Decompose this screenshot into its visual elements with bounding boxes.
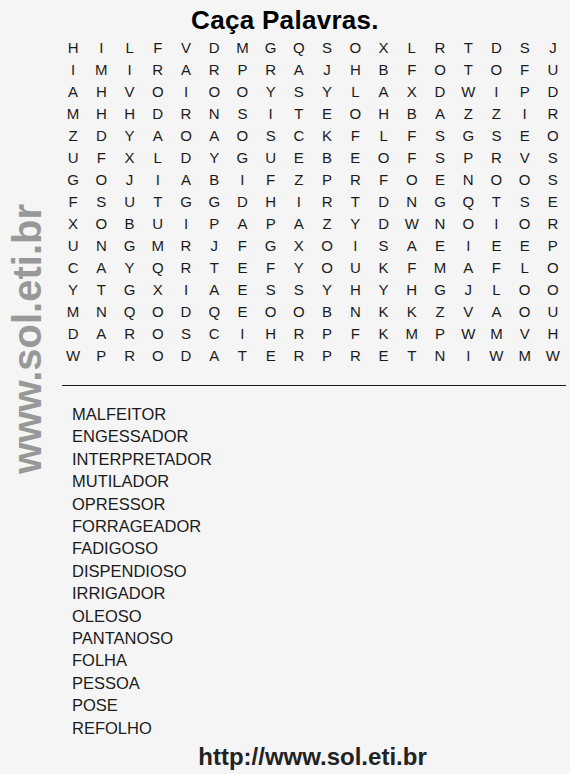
grid-cell: A (482, 300, 510, 322)
grid-cell: E (313, 102, 341, 124)
grid-cell: S (511, 36, 539, 58)
grid-cell: L (369, 124, 397, 146)
grid-cell: R (539, 212, 567, 234)
grid-cell: E (511, 124, 539, 146)
grid-cell: M (87, 58, 115, 80)
grid-cell: W (539, 344, 567, 366)
grid-cell: O (369, 146, 397, 168)
word-list-item: OPRESSOR (72, 493, 212, 515)
grid-cell: M (59, 300, 87, 322)
grid-cell: I (172, 80, 200, 102)
grid-cell: E (369, 344, 397, 366)
footer-url: http://www.sol.eti.br (55, 743, 570, 771)
grid-cell: E (426, 168, 454, 190)
grid-cell: X (144, 278, 172, 300)
grid-cell: I (172, 278, 200, 300)
grid-cell: O (144, 80, 172, 102)
grid-cell: U (539, 300, 567, 322)
grid-cell: J (115, 168, 143, 190)
grid-cell: R (313, 190, 341, 212)
grid-cell: S (172, 322, 200, 344)
grid-cell: G (200, 190, 228, 212)
grid-cell: U (539, 58, 567, 80)
grid-cell: F (369, 168, 397, 190)
grid-cell: P (200, 212, 228, 234)
letter-grid: HILFVDMGQSOXLRTDSJIMIRARPRAJHBFOTOFUAHVO… (59, 36, 567, 366)
grid-cell: N (426, 344, 454, 366)
grid-cell: X (115, 146, 143, 168)
grid-cell: D (426, 80, 454, 102)
grid-cell: G (257, 36, 285, 58)
grid-cell: E (539, 190, 567, 212)
grid-cell: A (454, 256, 482, 278)
grid-cell: G (426, 190, 454, 212)
grid-cell: Y (313, 80, 341, 102)
grid-cell: J (454, 278, 482, 300)
grid-cell: D (482, 36, 510, 58)
grid-cell: O (228, 80, 256, 102)
grid-cell: I (115, 58, 143, 80)
word-list-item: FOLHA (72, 649, 212, 671)
grid-cell: F (257, 168, 285, 190)
grid-cell: T (228, 344, 256, 366)
word-list-item: MALFEITOR (72, 403, 212, 425)
grid-cell: U (59, 146, 87, 168)
grid-cell: S (539, 168, 567, 190)
grid-cell: T (200, 256, 228, 278)
grid-cell: O (341, 102, 369, 124)
grid-cell: H (59, 36, 87, 58)
grid-cell: Z (454, 102, 482, 124)
grid-cell: C (59, 256, 87, 278)
grid-cell: F (341, 322, 369, 344)
grid-cell: I (228, 322, 256, 344)
grid-cell: G (59, 168, 87, 190)
grid-cell: Y (115, 256, 143, 278)
grid-cell: S (313, 36, 341, 58)
grid-cell: Y (369, 278, 397, 300)
grid-cell: X (59, 212, 87, 234)
grid-cell: O (511, 212, 539, 234)
word-list-item: FADIGOSO (72, 537, 212, 559)
grid-cell: B (398, 102, 426, 124)
watermark-text: www.sol.eti.br (4, 204, 50, 474)
grid-cell: H (539, 322, 567, 344)
grid-cell: Z (482, 102, 510, 124)
grid-cell: V (511, 146, 539, 168)
grid-cell: P (511, 80, 539, 102)
grid-cell: Y (59, 278, 87, 300)
grid-cell: A (228, 212, 256, 234)
grid-cell: Y (313, 278, 341, 300)
grid-cell: V (454, 300, 482, 322)
grid-cell: X (285, 234, 313, 256)
word-list-item: REFOLHO (72, 717, 212, 739)
grid-cell: R (257, 58, 285, 80)
grid-cell: I (482, 212, 510, 234)
grid-cell: O (313, 234, 341, 256)
grid-cell: L (511, 256, 539, 278)
word-list-item: OLEOSO (72, 605, 212, 627)
grid-cell: R (482, 146, 510, 168)
grid-cell: I (87, 36, 115, 58)
grid-cell: E (228, 300, 256, 322)
grid-cell: U (144, 212, 172, 234)
grid-cell: U (257, 146, 285, 168)
grid-cell: J (200, 234, 228, 256)
grid-cell: H (257, 190, 285, 212)
grid-cell: E (285, 146, 313, 168)
grid-cell: F (257, 256, 285, 278)
grid-cell: F (144, 36, 172, 58)
grid-cell: U (115, 190, 143, 212)
grid-cell: I (454, 344, 482, 366)
grid-cell: F (341, 124, 369, 146)
grid-cell: E (341, 146, 369, 168)
grid-cell: A (285, 58, 313, 80)
grid-cell: E (426, 234, 454, 256)
grid-cell: F (482, 256, 510, 278)
grid-cell: A (200, 124, 228, 146)
grid-cell: O (228, 124, 256, 146)
grid-cell: D (369, 212, 397, 234)
grid-cell: C (285, 124, 313, 146)
grid-cell: E (257, 344, 285, 366)
grid-cell: O (482, 58, 510, 80)
grid-cell: A (369, 80, 397, 102)
grid-cell: O (257, 300, 285, 322)
grid-cell: D (200, 36, 228, 58)
grid-cell: R (115, 322, 143, 344)
grid-cell: T (341, 190, 369, 212)
grid-cell: N (426, 212, 454, 234)
grid-cell: X (369, 36, 397, 58)
grid-cell: B (115, 212, 143, 234)
grid-cell: Q (285, 36, 313, 58)
grid-cell: R (341, 168, 369, 190)
grid-cell: M (59, 102, 87, 124)
grid-cell: M (426, 256, 454, 278)
grid-cell: Q (200, 300, 228, 322)
grid-cell: W (482, 344, 510, 366)
grid-cell: H (257, 322, 285, 344)
grid-cell: O (87, 168, 115, 190)
grid-cell: S (285, 80, 313, 102)
grid-cell: Z (59, 124, 87, 146)
grid-cell: A (200, 344, 228, 366)
grid-cell: H (87, 102, 115, 124)
puzzle-title: Caça Palavras. (0, 5, 570, 36)
grid-cell: G (426, 278, 454, 300)
grid-cell: P (313, 344, 341, 366)
grid-cell: P (313, 168, 341, 190)
grid-cell: N (87, 234, 115, 256)
grid-cell: E (511, 234, 539, 256)
grid-cell: A (172, 58, 200, 80)
grid-cell: K (398, 300, 426, 322)
grid-cell: I (144, 168, 172, 190)
grid-cell: D (228, 190, 256, 212)
grid-cell: Z (285, 168, 313, 190)
grid-cell: F (87, 146, 115, 168)
word-list-item: INTERPRETADOR (72, 448, 212, 470)
grid-cell: P (257, 212, 285, 234)
grid-cell: O (511, 168, 539, 190)
grid-cell: A (285, 212, 313, 234)
grid-cell: R (115, 344, 143, 366)
word-list: MALFEITORENGESSADORINTERPRETADORMUTILADO… (72, 403, 212, 739)
word-list-item: MUTILADOR (72, 470, 212, 492)
grid-cell: S (511, 190, 539, 212)
grid-cell: S (426, 124, 454, 146)
grid-cell: K (369, 322, 397, 344)
grid-cell: A (59, 80, 87, 102)
grid-cell: M (511, 344, 539, 366)
grid-cell: O (144, 322, 172, 344)
grid-cell: Y (341, 212, 369, 234)
grid-cell: Y (257, 80, 285, 102)
grid-cell: R (285, 322, 313, 344)
grid-cell: I (172, 212, 200, 234)
grid-cell: P (539, 234, 567, 256)
grid-cell: G (115, 278, 143, 300)
grid-cell: D (172, 300, 200, 322)
grid-cell: W (398, 212, 426, 234)
grid-cell: H (341, 278, 369, 300)
grid-cell: G (172, 190, 200, 212)
grid-cell: P (426, 322, 454, 344)
grid-cell: R (200, 58, 228, 80)
grid-cell: O (511, 278, 539, 300)
grid-cell: I (59, 58, 87, 80)
grid-cell: Q (144, 256, 172, 278)
grid-cell: X (398, 80, 426, 102)
grid-cell: D (369, 190, 397, 212)
grid-cell: C (200, 322, 228, 344)
grid-cell: V (511, 322, 539, 344)
grid-cell: O (539, 278, 567, 300)
grid-cell: A (87, 256, 115, 278)
grid-cell: N (200, 102, 228, 124)
sidebar-watermark: www.sol.eti.br (4, 204, 50, 474)
grid-cell: D (172, 344, 200, 366)
grid-cell: O (539, 124, 567, 146)
grid-cell: I (257, 102, 285, 124)
grid-cell: B (200, 168, 228, 190)
grid-cell: M (398, 322, 426, 344)
grid-cell: O (144, 344, 172, 366)
grid-cell: A (398, 234, 426, 256)
grid-cell: U (341, 256, 369, 278)
grid-cell: D (87, 124, 115, 146)
grid-cell: O (144, 300, 172, 322)
grid-cell: R (172, 256, 200, 278)
grid-cell: F (398, 124, 426, 146)
grid-cell: A (144, 124, 172, 146)
grid-cell: D (59, 322, 87, 344)
grid-cell: A (200, 278, 228, 300)
grid-cell: L (398, 36, 426, 58)
grid-cell: O (285, 300, 313, 322)
grid-cell: H (398, 278, 426, 300)
grid-cell: B (313, 146, 341, 168)
grid-cell: Q (454, 190, 482, 212)
separator-line (62, 385, 566, 386)
grid-cell: A (172, 168, 200, 190)
grid-cell: F (228, 234, 256, 256)
grid-cell: I (482, 80, 510, 102)
grid-cell: F (398, 58, 426, 80)
grid-cell: R (539, 102, 567, 124)
word-list-item: IRRIGADOR (72, 582, 212, 604)
grid-cell: L (341, 80, 369, 102)
grid-cell: Q (115, 300, 143, 322)
grid-cell: F (59, 190, 87, 212)
grid-cell: W (59, 344, 87, 366)
grid-cell: L (482, 278, 510, 300)
grid-cell: Z (313, 212, 341, 234)
grid-cell: R (426, 36, 454, 58)
grid-cell: L (115, 36, 143, 58)
grid-cell: I (341, 234, 369, 256)
grid-cell: S (87, 190, 115, 212)
grid-cell: G (257, 234, 285, 256)
word-list-item: FORRAGEADOR (72, 515, 212, 537)
grid-cell: N (398, 190, 426, 212)
grid-cell: K (369, 300, 397, 322)
grid-cell: S (257, 278, 285, 300)
grid-cell: V (115, 80, 143, 102)
word-list-item: DISPENDIOSO (72, 560, 212, 582)
grid-cell: F (398, 256, 426, 278)
word-list-item: ENGESSADOR (72, 425, 212, 447)
grid-cell: W (454, 322, 482, 344)
grid-cell: Y (285, 256, 313, 278)
grid-cell: H (87, 80, 115, 102)
grid-cell: T (398, 344, 426, 366)
grid-cell: A (426, 102, 454, 124)
grid-cell: K (313, 124, 341, 146)
grid-cell: M (144, 234, 172, 256)
grid-cell: P (454, 146, 482, 168)
grid-cell: N (454, 168, 482, 190)
word-list-item: PANTANOSO (72, 627, 212, 649)
grid-cell: H (369, 102, 397, 124)
grid-cell: I (228, 168, 256, 190)
grid-cell: R (285, 344, 313, 366)
grid-cell: I (454, 234, 482, 256)
grid-cell: P (87, 344, 115, 366)
grid-cell: Z (426, 300, 454, 322)
grid-cell: S (228, 102, 256, 124)
grid-cell: I (285, 190, 313, 212)
grid-cell: O (172, 124, 200, 146)
grid-cell: O (539, 256, 567, 278)
grid-cell: O (454, 212, 482, 234)
grid-cell: R (144, 58, 172, 80)
grid-cell: H (341, 58, 369, 80)
grid-cell: T (87, 278, 115, 300)
grid-cell: R (172, 234, 200, 256)
grid-cell: E (228, 256, 256, 278)
grid-cell: R (172, 102, 200, 124)
grid-cell: V (172, 36, 200, 58)
grid-cell: T (482, 190, 510, 212)
grid-cell: L (144, 146, 172, 168)
grid-cell: S (539, 146, 567, 168)
grid-cell: J (313, 58, 341, 80)
grid-cell: N (87, 300, 115, 322)
grid-cell: K (369, 256, 397, 278)
word-list-item: PESSOA (72, 672, 212, 694)
grid-cell: S (285, 278, 313, 300)
grid-cell: O (511, 300, 539, 322)
grid-cell: G (115, 234, 143, 256)
grid-cell: H (115, 102, 143, 124)
grid-cell: W (454, 80, 482, 102)
grid-cell: M (482, 322, 510, 344)
grid-cell: O (482, 168, 510, 190)
grid-cell: F (398, 146, 426, 168)
grid-cell: Y (115, 124, 143, 146)
grid-cell: S (257, 124, 285, 146)
grid-cell: J (539, 36, 567, 58)
grid-cell: T (454, 58, 482, 80)
grid-cell: D (539, 80, 567, 102)
grid-cell: B (313, 300, 341, 322)
word-list-item: POSE (72, 694, 212, 716)
grid-cell: Y (200, 146, 228, 168)
grid-cell: R (341, 344, 369, 366)
grid-cell: G (454, 124, 482, 146)
grid-cell: G (228, 146, 256, 168)
grid-cell: B (369, 58, 397, 80)
grid-cell: U (59, 234, 87, 256)
grid-cell: P (313, 322, 341, 344)
grid-cell: T (144, 190, 172, 212)
grid-cell: D (172, 146, 200, 168)
grid-cell: T (285, 102, 313, 124)
grid-cell: T (454, 36, 482, 58)
grid-cell: O (313, 256, 341, 278)
grid-cell: E (228, 278, 256, 300)
grid-cell: D (144, 102, 172, 124)
grid-cell: S (369, 234, 397, 256)
grid-cell: O (341, 36, 369, 58)
grid-cell: F (511, 58, 539, 80)
grid-cell: O (398, 168, 426, 190)
grid-cell: O (87, 212, 115, 234)
grid-cell: I (511, 102, 539, 124)
grid-cell: M (228, 36, 256, 58)
grid-cell: O (200, 80, 228, 102)
grid-cell: S (426, 146, 454, 168)
grid-cell: E (482, 234, 510, 256)
grid-cell: A (87, 322, 115, 344)
grid-cell: S (482, 124, 510, 146)
grid-cell: O (426, 58, 454, 80)
grid-cell: N (341, 300, 369, 322)
grid-cell: P (228, 58, 256, 80)
